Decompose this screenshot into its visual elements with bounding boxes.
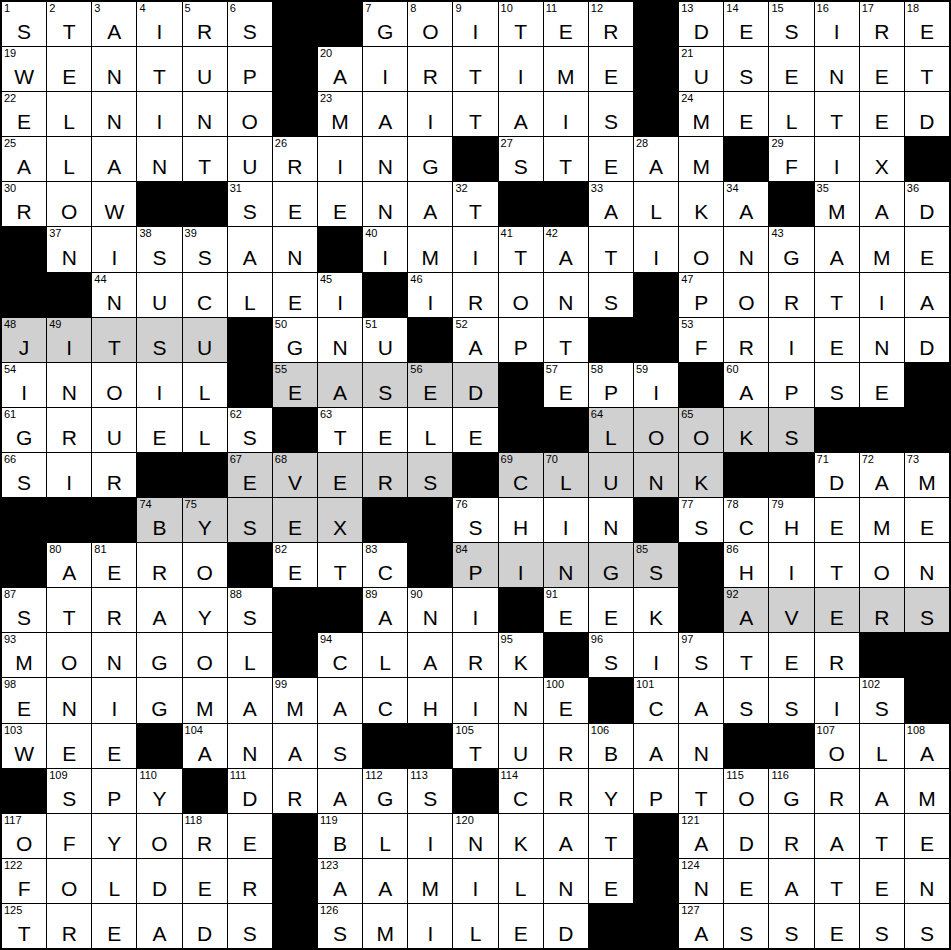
cell-r13c20[interactable]: O bbox=[860, 543, 904, 587]
cell-r11c13[interactable]: 70L bbox=[544, 453, 588, 497]
cell-r2c20[interactable]: E bbox=[860, 47, 904, 91]
cell-r6c12[interactable]: 41T bbox=[499, 227, 543, 271]
cell-r21c20[interactable]: S bbox=[860, 904, 904, 948]
cell-r5c14[interactable]: 33A bbox=[589, 182, 633, 226]
cell-r4c6[interactable]: U bbox=[228, 137, 272, 181]
cell-r16c7[interactable]: 99M bbox=[273, 678, 317, 722]
cell-r16c16[interactable]: A bbox=[679, 678, 723, 722]
cell-r20c21[interactable]: N bbox=[905, 859, 949, 903]
cell-r1c21[interactable]: 18E bbox=[905, 2, 949, 46]
cell-r7c11[interactable]: R bbox=[453, 273, 497, 317]
cell-r9c17[interactable]: 60A bbox=[724, 363, 768, 407]
cell-r2c12[interactable]: I bbox=[499, 47, 543, 91]
cell-r2c2[interactable]: E bbox=[47, 47, 91, 91]
cell-r15c12[interactable]: 95K bbox=[499, 633, 543, 677]
cell-r14c2[interactable]: T bbox=[47, 588, 91, 632]
cell-r13c5[interactable]: O bbox=[183, 543, 227, 587]
cell-r6c14[interactable]: T bbox=[589, 227, 633, 271]
cell-r17c3[interactable]: E bbox=[92, 724, 136, 768]
cell-r7c12[interactable]: O bbox=[499, 273, 543, 317]
cell-r2c6[interactable]: P bbox=[228, 47, 272, 91]
cell-r15c5[interactable]: O bbox=[183, 633, 227, 677]
cell-r4c15[interactable]: 28A bbox=[634, 137, 678, 181]
cell-r9c14[interactable]: 58P bbox=[589, 363, 633, 407]
cell-r9c8[interactable]: A bbox=[318, 363, 362, 407]
cell-r1c6[interactable]: 6S bbox=[228, 2, 272, 46]
cell-r16c10[interactable]: H bbox=[408, 678, 452, 722]
cell-r5c21[interactable]: 36D bbox=[905, 182, 949, 226]
cell-r12c6[interactable]: S bbox=[228, 498, 272, 542]
cell-r18c13[interactable]: R bbox=[544, 769, 588, 813]
cell-r21c11[interactable]: L bbox=[453, 904, 497, 948]
cell-r19c18[interactable]: R bbox=[769, 814, 813, 858]
cell-r9c1[interactable]: 54I bbox=[2, 363, 46, 407]
cell-r14c3[interactable]: R bbox=[92, 588, 136, 632]
cell-r17c6[interactable]: N bbox=[228, 724, 272, 768]
cell-r7c14[interactable]: S bbox=[589, 273, 633, 317]
cell-r19c21[interactable]: E bbox=[905, 814, 949, 858]
cell-r2c13[interactable]: M bbox=[544, 47, 588, 91]
cell-r10c2[interactable]: R bbox=[47, 408, 91, 452]
cell-r2c21[interactable]: T bbox=[905, 47, 949, 91]
cell-r7c7[interactable]: E bbox=[273, 273, 317, 317]
cell-r8c18[interactable]: I bbox=[769, 318, 813, 362]
cell-r3c21[interactable]: D bbox=[905, 92, 949, 136]
cell-r6c11[interactable]: I bbox=[453, 227, 497, 271]
cell-r13c7[interactable]: 82E bbox=[273, 543, 317, 587]
cell-r16c6[interactable]: A bbox=[228, 678, 272, 722]
cell-r8c17[interactable]: R bbox=[724, 318, 768, 362]
cell-r3c14[interactable]: S bbox=[589, 92, 633, 136]
cell-r4c3[interactable]: A bbox=[92, 137, 136, 181]
cell-r14c4[interactable]: A bbox=[137, 588, 181, 632]
cell-r3c9[interactable]: A bbox=[363, 92, 407, 136]
cell-r19c4[interactable]: O bbox=[137, 814, 181, 858]
cell-r14c1[interactable]: 87S bbox=[2, 588, 46, 632]
cell-r9c9[interactable]: S bbox=[363, 363, 407, 407]
cell-r10c16[interactable]: 65O bbox=[679, 408, 723, 452]
cell-r2c8[interactable]: 20A bbox=[318, 47, 362, 91]
cell-r13c14[interactable]: G bbox=[589, 543, 633, 587]
cell-r18c15[interactable]: P bbox=[634, 769, 678, 813]
cell-r9c5[interactable]: L bbox=[183, 363, 227, 407]
cell-r3c4[interactable]: I bbox=[137, 92, 181, 136]
cell-r14c5[interactable]: Y bbox=[183, 588, 227, 632]
cell-r14c15[interactable]: K bbox=[634, 588, 678, 632]
cell-r3c12[interactable]: A bbox=[499, 92, 543, 136]
cell-r10c1[interactable]: 61G bbox=[2, 408, 46, 452]
cell-r16c18[interactable]: S bbox=[769, 678, 813, 722]
cell-r12c13[interactable]: I bbox=[544, 498, 588, 542]
cell-r3c18[interactable]: L bbox=[769, 92, 813, 136]
cell-r10c10[interactable]: L bbox=[408, 408, 452, 452]
cell-r16c11[interactable]: I bbox=[453, 678, 497, 722]
cell-r17c14[interactable]: 106B bbox=[589, 724, 633, 768]
cell-r15c16[interactable]: 97S bbox=[679, 633, 723, 677]
cell-r17c15[interactable]: A bbox=[634, 724, 678, 768]
cell-r1c1[interactable]: 1S bbox=[2, 2, 46, 46]
cell-r7c3[interactable]: 44N bbox=[92, 273, 136, 317]
cell-r5c9[interactable]: N bbox=[363, 182, 407, 226]
cell-r16c4[interactable]: G bbox=[137, 678, 181, 722]
cell-r20c8[interactable]: 123A bbox=[318, 859, 362, 903]
cell-r7c4[interactable]: U bbox=[137, 273, 181, 317]
cell-r9c18[interactable]: P bbox=[769, 363, 813, 407]
cell-r6c7[interactable]: N bbox=[273, 227, 317, 271]
cell-r12c11[interactable]: 76S bbox=[453, 498, 497, 542]
cell-r17c5[interactable]: 104A bbox=[183, 724, 227, 768]
cell-r3c10[interactable]: I bbox=[408, 92, 452, 136]
cell-r2c14[interactable]: E bbox=[589, 47, 633, 91]
cell-r5c3[interactable]: W bbox=[92, 182, 136, 226]
cell-r3c5[interactable]: N bbox=[183, 92, 227, 136]
cell-r13c17[interactable]: 86H bbox=[724, 543, 768, 587]
cell-r21c8[interactable]: 126S bbox=[318, 904, 362, 948]
cell-r13c18[interactable]: I bbox=[769, 543, 813, 587]
cell-r21c6[interactable]: S bbox=[228, 904, 272, 948]
cell-r19c12[interactable]: K bbox=[499, 814, 543, 858]
cell-r10c3[interactable]: U bbox=[92, 408, 136, 452]
cell-r18c3[interactable]: P bbox=[92, 769, 136, 813]
cell-r1c18[interactable]: 15S bbox=[769, 2, 813, 46]
cell-r2c16[interactable]: 21U bbox=[679, 47, 723, 91]
cell-r10c4[interactable]: E bbox=[137, 408, 181, 452]
cell-r4c18[interactable]: 29F bbox=[769, 137, 813, 181]
cell-r17c11[interactable]: 105T bbox=[453, 724, 497, 768]
cell-r20c1[interactable]: 122F bbox=[2, 859, 46, 903]
cell-r15c6[interactable]: L bbox=[228, 633, 272, 677]
cell-r10c11[interactable]: E bbox=[453, 408, 497, 452]
cell-r8c1[interactable]: 48J bbox=[2, 318, 46, 362]
cell-r9c7[interactable]: 55E bbox=[273, 363, 317, 407]
cell-r11c9[interactable]: R bbox=[363, 453, 407, 497]
cell-r6c16[interactable]: O bbox=[679, 227, 723, 271]
cell-r21c21[interactable]: S bbox=[905, 904, 949, 948]
cell-r11c1[interactable]: 66S bbox=[2, 453, 46, 497]
cell-r16c13[interactable]: 100E bbox=[544, 678, 588, 722]
cell-r5c17[interactable]: 34A bbox=[724, 182, 768, 226]
cell-r9c20[interactable]: E bbox=[860, 363, 904, 407]
cell-r7c17[interactable]: O bbox=[724, 273, 768, 317]
cell-r19c2[interactable]: F bbox=[47, 814, 91, 858]
cell-r15c18[interactable]: E bbox=[769, 633, 813, 677]
cell-r6c5[interactable]: 39S bbox=[183, 227, 227, 271]
cell-r12c20[interactable]: M bbox=[860, 498, 904, 542]
cell-r16c15[interactable]: 101C bbox=[634, 678, 678, 722]
cell-r10c17[interactable]: K bbox=[724, 408, 768, 452]
cell-r11c8[interactable]: E bbox=[318, 453, 362, 497]
cell-r4c4[interactable]: N bbox=[137, 137, 181, 181]
cell-r9c13[interactable]: 57E bbox=[544, 363, 588, 407]
cell-r20c18[interactable]: A bbox=[769, 859, 813, 903]
cell-r2c3[interactable]: N bbox=[92, 47, 136, 91]
cell-r19c9[interactable]: L bbox=[363, 814, 407, 858]
cell-r1c5[interactable]: 5R bbox=[183, 2, 227, 46]
cell-r3c1[interactable]: 22E bbox=[2, 92, 46, 136]
cell-r9c2[interactable]: N bbox=[47, 363, 91, 407]
cell-r20c11[interactable]: I bbox=[453, 859, 497, 903]
cell-r17c16[interactable]: N bbox=[679, 724, 723, 768]
cell-r6c4[interactable]: 38S bbox=[137, 227, 181, 271]
cell-r12c5[interactable]: 75Y bbox=[183, 498, 227, 542]
cell-r4c8[interactable]: I bbox=[318, 137, 362, 181]
cell-r17c2[interactable]: E bbox=[47, 724, 91, 768]
cell-r19c6[interactable]: E bbox=[228, 814, 272, 858]
cell-r15c1[interactable]: 93M bbox=[2, 633, 46, 677]
cell-r11c6[interactable]: 67E bbox=[228, 453, 272, 497]
cell-r21c12[interactable]: E bbox=[499, 904, 543, 948]
cell-r14c20[interactable]: R bbox=[860, 588, 904, 632]
cell-r17c21[interactable]: 108A bbox=[905, 724, 949, 768]
cell-r12c17[interactable]: 78C bbox=[724, 498, 768, 542]
cell-r16c9[interactable]: C bbox=[363, 678, 407, 722]
cell-r21c3[interactable]: E bbox=[92, 904, 136, 948]
cell-r1c10[interactable]: 8O bbox=[408, 2, 452, 46]
cell-r5c6[interactable]: 31S bbox=[228, 182, 272, 226]
cell-r15c11[interactable]: R bbox=[453, 633, 497, 677]
cell-r17c13[interactable]: R bbox=[544, 724, 588, 768]
cell-r4c10[interactable]: G bbox=[408, 137, 452, 181]
cell-r11c16[interactable]: K bbox=[679, 453, 723, 497]
cell-r18c7[interactable]: R bbox=[273, 769, 317, 813]
cell-r10c9[interactable]: E bbox=[363, 408, 407, 452]
cell-r18c14[interactable]: Y bbox=[589, 769, 633, 813]
cell-r1c13[interactable]: 11E bbox=[544, 2, 588, 46]
cell-r20c19[interactable]: T bbox=[815, 859, 859, 903]
cell-r1c9[interactable]: 7G bbox=[363, 2, 407, 46]
cell-r1c3[interactable]: 3A bbox=[92, 2, 136, 46]
cell-r10c18[interactable]: S bbox=[769, 408, 813, 452]
cell-r11c2[interactable]: I bbox=[47, 453, 91, 497]
cell-r20c16[interactable]: 124N bbox=[679, 859, 723, 903]
cell-r12c19[interactable]: E bbox=[815, 498, 859, 542]
cell-r2c1[interactable]: 19W bbox=[2, 47, 46, 91]
cell-r11c10[interactable]: S bbox=[408, 453, 452, 497]
cell-r11c21[interactable]: 73M bbox=[905, 453, 949, 497]
cell-r2c17[interactable]: S bbox=[724, 47, 768, 91]
cell-r21c4[interactable]: A bbox=[137, 904, 181, 948]
cell-r18c18[interactable]: 116G bbox=[769, 769, 813, 813]
cell-r12c21[interactable]: E bbox=[905, 498, 949, 542]
cell-r18c8[interactable]: A bbox=[318, 769, 362, 813]
cell-r7c10[interactable]: 46I bbox=[408, 273, 452, 317]
cell-r6c17[interactable]: N bbox=[724, 227, 768, 271]
cell-r18c17[interactable]: 115O bbox=[724, 769, 768, 813]
cell-r20c6[interactable]: R bbox=[228, 859, 272, 903]
cell-r5c1[interactable]: 30R bbox=[2, 182, 46, 226]
cell-r5c15[interactable]: L bbox=[634, 182, 678, 226]
cell-r13c9[interactable]: 83C bbox=[363, 543, 407, 587]
cell-r1c2[interactable]: 2T bbox=[47, 2, 91, 46]
cell-r15c19[interactable]: R bbox=[815, 633, 859, 677]
cell-r16c8[interactable]: A bbox=[318, 678, 362, 722]
cell-r12c16[interactable]: 77S bbox=[679, 498, 723, 542]
cell-r21c16[interactable]: 127A bbox=[679, 904, 723, 948]
cell-r1c12[interactable]: 10T bbox=[499, 2, 543, 46]
cell-r2c11[interactable]: T bbox=[453, 47, 497, 91]
cell-r19c17[interactable]: D bbox=[724, 814, 768, 858]
cell-r19c16[interactable]: 121A bbox=[679, 814, 723, 858]
cell-r13c15[interactable]: 85S bbox=[634, 543, 678, 587]
cell-r13c2[interactable]: 80A bbox=[47, 543, 91, 587]
cell-r11c19[interactable]: 71D bbox=[815, 453, 859, 497]
cell-r6c20[interactable]: M bbox=[860, 227, 904, 271]
cell-r18c19[interactable]: R bbox=[815, 769, 859, 813]
cell-r8c8[interactable]: N bbox=[318, 318, 362, 362]
cell-r21c5[interactable]: D bbox=[183, 904, 227, 948]
cell-r18c21[interactable]: M bbox=[905, 769, 949, 813]
cell-r9c15[interactable]: 59I bbox=[634, 363, 678, 407]
cell-r5c19[interactable]: 35M bbox=[815, 182, 859, 226]
cell-r19c10[interactable]: I bbox=[408, 814, 452, 858]
cell-r13c13[interactable]: N bbox=[544, 543, 588, 587]
cell-r13c4[interactable]: R bbox=[137, 543, 181, 587]
cell-r19c5[interactable]: 118R bbox=[183, 814, 227, 858]
cell-r17c20[interactable]: L bbox=[860, 724, 904, 768]
cell-r16c2[interactable]: N bbox=[47, 678, 91, 722]
cell-r20c13[interactable]: N bbox=[544, 859, 588, 903]
cell-r5c16[interactable]: K bbox=[679, 182, 723, 226]
cell-r7c5[interactable]: C bbox=[183, 273, 227, 317]
cell-r6c2[interactable]: 37N bbox=[47, 227, 91, 271]
cell-r20c4[interactable]: D bbox=[137, 859, 181, 903]
cell-r3c20[interactable]: E bbox=[860, 92, 904, 136]
cell-r11c15[interactable]: N bbox=[634, 453, 678, 497]
cell-r20c10[interactable]: M bbox=[408, 859, 452, 903]
cell-r4c12[interactable]: 27S bbox=[499, 137, 543, 181]
cell-r20c3[interactable]: L bbox=[92, 859, 136, 903]
cell-r7c13[interactable]: N bbox=[544, 273, 588, 317]
cell-r7c6[interactable]: L bbox=[228, 273, 272, 317]
cell-r12c4[interactable]: 74B bbox=[137, 498, 181, 542]
cell-r18c6[interactable]: 111D bbox=[228, 769, 272, 813]
cell-r4c9[interactable]: N bbox=[363, 137, 407, 181]
cell-r3c19[interactable]: T bbox=[815, 92, 859, 136]
cell-r15c14[interactable]: 96S bbox=[589, 633, 633, 677]
cell-r14c21[interactable]: S bbox=[905, 588, 949, 632]
cell-r5c20[interactable]: A bbox=[860, 182, 904, 226]
cell-r20c14[interactable]: E bbox=[589, 859, 633, 903]
cell-r3c6[interactable]: O bbox=[228, 92, 272, 136]
cell-r17c1[interactable]: 103W bbox=[2, 724, 46, 768]
cell-r2c4[interactable]: T bbox=[137, 47, 181, 91]
cell-r19c20[interactable]: T bbox=[860, 814, 904, 858]
cell-r15c9[interactable]: L bbox=[363, 633, 407, 677]
cell-r18c16[interactable]: T bbox=[679, 769, 723, 813]
cell-r16c12[interactable]: N bbox=[499, 678, 543, 722]
cell-r7c19[interactable]: T bbox=[815, 273, 859, 317]
cell-r4c19[interactable]: I bbox=[815, 137, 859, 181]
cell-r6c3[interactable]: I bbox=[92, 227, 136, 271]
cell-r15c4[interactable]: G bbox=[137, 633, 181, 677]
cell-r6c13[interactable]: 42A bbox=[544, 227, 588, 271]
cell-r6c18[interactable]: 43G bbox=[769, 227, 813, 271]
cell-r17c8[interactable]: S bbox=[318, 724, 362, 768]
cell-r15c17[interactable]: T bbox=[724, 633, 768, 677]
cell-r3c16[interactable]: 24M bbox=[679, 92, 723, 136]
cell-r21c17[interactable]: S bbox=[724, 904, 768, 948]
cell-r10c6[interactable]: 62S bbox=[228, 408, 272, 452]
cell-r15c15[interactable]: I bbox=[634, 633, 678, 677]
cell-r7c20[interactable]: I bbox=[860, 273, 904, 317]
cell-r5c7[interactable]: E bbox=[273, 182, 317, 226]
cell-r14c6[interactable]: 88S bbox=[228, 588, 272, 632]
cell-r3c2[interactable]: L bbox=[47, 92, 91, 136]
cell-r3c11[interactable]: T bbox=[453, 92, 497, 136]
cell-r9c3[interactable]: O bbox=[92, 363, 136, 407]
cell-r19c14[interactable]: T bbox=[589, 814, 633, 858]
cell-r17c7[interactable]: A bbox=[273, 724, 317, 768]
cell-r14c13[interactable]: 91E bbox=[544, 588, 588, 632]
cell-r18c10[interactable]: 113S bbox=[408, 769, 452, 813]
cell-r14c17[interactable]: 92A bbox=[724, 588, 768, 632]
cell-r20c20[interactable]: E bbox=[860, 859, 904, 903]
cell-r18c2[interactable]: 109S bbox=[47, 769, 91, 813]
cell-r13c21[interactable]: N bbox=[905, 543, 949, 587]
cell-r10c15[interactable]: O bbox=[634, 408, 678, 452]
cell-r14c10[interactable]: 90N bbox=[408, 588, 452, 632]
cell-r21c10[interactable]: I bbox=[408, 904, 452, 948]
cell-r4c20[interactable]: X bbox=[860, 137, 904, 181]
cell-r13c11[interactable]: 84P bbox=[453, 543, 497, 587]
cell-r13c8[interactable]: T bbox=[318, 543, 362, 587]
cell-r1c11[interactable]: 9I bbox=[453, 2, 497, 46]
cell-r12c7[interactable]: E bbox=[273, 498, 317, 542]
cell-r18c20[interactable]: A bbox=[860, 769, 904, 813]
cell-r5c10[interactable]: A bbox=[408, 182, 452, 226]
cell-r13c19[interactable]: T bbox=[815, 543, 859, 587]
cell-r6c19[interactable]: A bbox=[815, 227, 859, 271]
cell-r9c11[interactable]: D bbox=[453, 363, 497, 407]
cell-r8c5[interactable]: U bbox=[183, 318, 227, 362]
cell-r3c13[interactable]: I bbox=[544, 92, 588, 136]
cell-r16c20[interactable]: 102S bbox=[860, 678, 904, 722]
cell-r12c8[interactable]: X bbox=[318, 498, 362, 542]
cell-r21c13[interactable]: D bbox=[544, 904, 588, 948]
cell-r8c19[interactable]: E bbox=[815, 318, 859, 362]
cell-r1c19[interactable]: 16I bbox=[815, 2, 859, 46]
cell-r2c9[interactable]: I bbox=[363, 47, 407, 91]
cell-r12c12[interactable]: H bbox=[499, 498, 543, 542]
cell-r8c20[interactable]: N bbox=[860, 318, 904, 362]
cell-r1c16[interactable]: 13D bbox=[679, 2, 723, 46]
cell-r15c10[interactable]: A bbox=[408, 633, 452, 677]
cell-r18c4[interactable]: 110Y bbox=[137, 769, 181, 813]
cell-r8c7[interactable]: 50G bbox=[273, 318, 317, 362]
cell-r14c11[interactable]: I bbox=[453, 588, 497, 632]
cell-r20c9[interactable]: A bbox=[363, 859, 407, 903]
cell-r3c17[interactable]: E bbox=[724, 92, 768, 136]
cell-r16c17[interactable]: S bbox=[724, 678, 768, 722]
cell-r10c5[interactable]: L bbox=[183, 408, 227, 452]
cell-r11c3[interactable]: R bbox=[92, 453, 136, 497]
cell-r8c9[interactable]: 51U bbox=[363, 318, 407, 362]
cell-r21c2[interactable]: R bbox=[47, 904, 91, 948]
cell-r11c14[interactable]: U bbox=[589, 453, 633, 497]
cell-r1c14[interactable]: 12R bbox=[589, 2, 633, 46]
cell-r2c5[interactable]: U bbox=[183, 47, 227, 91]
cell-r17c12[interactable]: U bbox=[499, 724, 543, 768]
cell-r19c19[interactable]: A bbox=[815, 814, 859, 858]
cell-r1c20[interactable]: 17R bbox=[860, 2, 904, 46]
cell-r17c19[interactable]: 107O bbox=[815, 724, 859, 768]
cell-r8c21[interactable]: D bbox=[905, 318, 949, 362]
cell-r18c12[interactable]: 114C bbox=[499, 769, 543, 813]
cell-r16c3[interactable]: I bbox=[92, 678, 136, 722]
cell-r20c12[interactable]: L bbox=[499, 859, 543, 903]
cell-r8c16[interactable]: 53F bbox=[679, 318, 723, 362]
cell-r14c9[interactable]: 89A bbox=[363, 588, 407, 632]
